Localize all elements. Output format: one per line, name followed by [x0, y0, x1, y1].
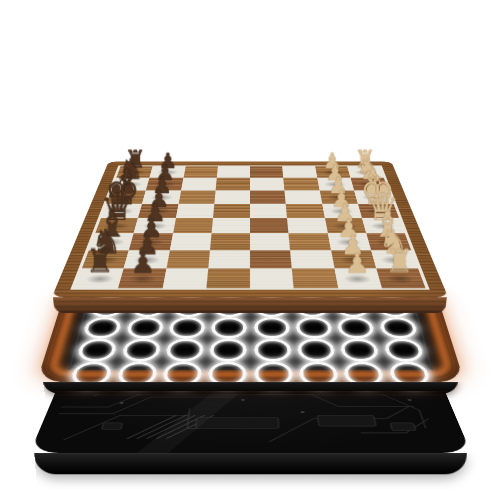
coil-ring: [336, 317, 376, 338]
square-a1[interactable]: ♜: [376, 268, 426, 288]
square-a7[interactable]: ♟: [118, 268, 166, 288]
coil-ring: [164, 339, 204, 362]
piece-black-rook[interactable]: ♜: [85, 246, 114, 278]
coil-ring: [339, 339, 380, 362]
coil-ring: [253, 317, 290, 338]
coil-ring: [120, 339, 161, 362]
board-wooden-frame: ♜♟♟♜♞♟♟♞♝♟♟♝♚♟♟♚♛♟♟♛♝♟♟♝♞♟♟♞♜♟♟♜: [52, 162, 448, 298]
square-a5[interactable]: [206, 268, 250, 288]
square-a4[interactable]: [250, 268, 294, 288]
square-a8[interactable]: ♜: [74, 268, 124, 288]
square-h5[interactable]: [217, 166, 250, 178]
square-f4[interactable]: [250, 190, 286, 203]
square-h3[interactable]: [282, 166, 317, 178]
square-b5[interactable]: [208, 250, 250, 268]
square-g4[interactable]: [250, 178, 285, 190]
coil-ring: [210, 317, 247, 338]
coil-ring: [75, 339, 118, 362]
coil-ring: [167, 317, 205, 338]
coil-front-edge: [43, 382, 458, 394]
square-d3[interactable]: [287, 218, 327, 233]
square-a3[interactable]: [292, 268, 338, 288]
square-g5[interactable]: [215, 178, 250, 190]
square-e6[interactable]: [176, 204, 215, 218]
board-front-edge: [53, 297, 447, 313]
square-g6[interactable]: [181, 178, 217, 190]
square-f3[interactable]: [285, 190, 322, 203]
square-f5[interactable]: [214, 190, 250, 203]
square-c3[interactable]: [289, 233, 331, 250]
square-e5[interactable]: [213, 204, 250, 218]
square-g3[interactable]: [283, 178, 319, 190]
square-c4[interactable]: [250, 233, 290, 250]
chessboard-layer: ♜♟♟♜♞♟♟♞♝♟♟♝♚♟♟♚♛♟♟♛♝♟♟♝♞♟♟♞♜♟♟♜: [52, 162, 448, 298]
exploded-chessboard-scene: Electronic chess board — exploded layer …: [0, 0, 500, 500]
coil-ring: [295, 317, 333, 338]
square-e3[interactable]: [286, 204, 325, 218]
square-d6[interactable]: [173, 218, 213, 233]
coil-ring: [124, 317, 164, 338]
piece-white-pawn[interactable]: ♟: [345, 250, 370, 278]
square-h6[interactable]: [183, 166, 218, 178]
coil-ring: [382, 339, 425, 362]
scene-title: Electronic chess board — exploded layer …: [0, 0, 1, 1]
square-e4[interactable]: [250, 204, 287, 218]
board-squares-grid: ♜♟♟♜♞♟♟♞♝♟♟♝♚♟♟♚♛♟♟♛♝♟♟♝♞♟♟♞♜♟♟♜: [74, 166, 425, 288]
board-playing-area: ♜♟♟♜♞♟♟♞♝♟♟♝♚♟♟♚♛♟♟♛♝♟♟♝♞♟♟♞♜♟♟♜: [70, 165, 429, 289]
square-a2[interactable]: ♟: [334, 268, 382, 288]
piece-black-pawn[interactable]: ♟: [130, 250, 155, 278]
coil-ring: [296, 339, 336, 362]
square-b6[interactable]: [166, 250, 210, 268]
square-d5[interactable]: [211, 218, 250, 233]
coil-ring: [81, 317, 122, 338]
square-h4[interactable]: [250, 166, 283, 178]
coil-ring: [209, 339, 247, 362]
square-d4[interactable]: [250, 218, 289, 233]
square-b4[interactable]: [250, 250, 292, 268]
square-f6[interactable]: [178, 190, 215, 203]
pcb-front-edge: [34, 453, 467, 474]
square-a6[interactable]: [162, 268, 208, 288]
coil-ring: [253, 339, 291, 362]
coil-ring: [378, 317, 419, 338]
square-c6[interactable]: [169, 233, 211, 250]
piece-white-rook[interactable]: ♜: [386, 246, 415, 278]
square-c5[interactable]: [210, 233, 250, 250]
square-b3[interactable]: [290, 250, 334, 268]
